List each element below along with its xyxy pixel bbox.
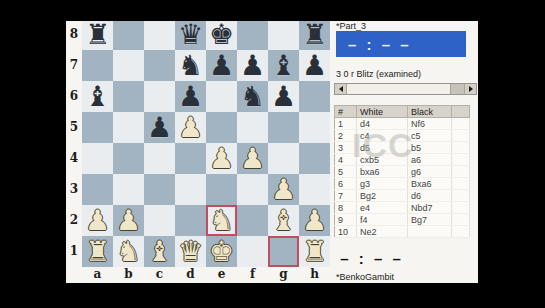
square-d1[interactable]: ♛	[175, 236, 206, 267]
letterbox-bottom	[0, 283, 545, 308]
square-d7[interactable]: ♞	[175, 50, 206, 81]
white-pawn-a2[interactable]: ♟	[82, 205, 113, 236]
spare-cell	[452, 178, 470, 190]
bottom-clock: – : – –	[336, 250, 408, 267]
black-pawn-e7[interactable]: ♟	[206, 50, 237, 81]
square-a6[interactable]: ♝	[82, 81, 113, 112]
opening-name-label: *BenkoGambit	[336, 272, 394, 282]
square-f1[interactable]	[237, 236, 268, 267]
black-rook-a8[interactable]: ♜	[82, 19, 113, 50]
move-row-2[interactable]: 2c4c5	[335, 130, 470, 142]
white-move[interactable]: bxa6	[357, 166, 408, 178]
black-pawn-h7[interactable]: ♟	[299, 50, 330, 81]
square-b4[interactable]	[113, 143, 144, 174]
file-label-b: b	[113, 267, 144, 282]
black-move[interactable]: Nbd7	[408, 202, 452, 214]
move-row-9[interactable]: 9f4Bg7	[335, 214, 470, 226]
black-pawn-g6[interactable]: ♟	[268, 81, 299, 112]
square-a4[interactable]	[82, 143, 113, 174]
move-table-header-num: #	[335, 106, 357, 118]
time-control-label: 3 0 r Blitz (examined)	[336, 69, 421, 79]
white-queen-d1[interactable]: ♛	[175, 236, 206, 267]
rank-label-6: 6	[66, 81, 82, 112]
square-g3[interactable]: ♟	[268, 174, 299, 205]
square-a3[interactable]	[82, 174, 113, 205]
black-move[interactable]: Bxa6	[408, 178, 452, 190]
move-number[interactable]: 8	[335, 202, 357, 214]
square-e2[interactable]: ♞	[206, 205, 237, 236]
square-e3[interactable]	[206, 174, 237, 205]
video-frame: 87654321 ♜♛♚♜♞♟♟♝♟♝♟♞♟♟♟♟♟♟♟♟♞♝♟♜♞♝♛♚♜ a…	[0, 0, 545, 308]
scrollbar-track[interactable]	[451, 84, 464, 94]
square-d5[interactable]: ♟	[175, 112, 206, 143]
chess-app-window: 87654321 ♜♛♚♜♞♟♟♝♟♝♟♞♟♟♟♟♟♟♟♟♞♝♟♜♞♝♛♚♜ a…	[66, 10, 478, 284]
spare-cell	[452, 202, 470, 214]
top-clock: – : – –	[336, 31, 466, 57]
move-row-10[interactable]: 10Ne2	[335, 226, 470, 238]
square-f2[interactable]	[237, 205, 268, 236]
black-king-e8[interactable]: ♚	[206, 19, 237, 50]
black-queen-d8[interactable]: ♛	[175, 19, 206, 50]
white-move[interactable]: g3	[357, 178, 408, 190]
square-g8[interactable]	[268, 19, 299, 50]
square-c2[interactable]	[144, 205, 175, 236]
white-pawn-b2[interactable]: ♟	[113, 205, 144, 236]
move-row-6[interactable]: 6g3Bxa6	[335, 178, 470, 190]
spare-cell	[452, 190, 470, 202]
square-a8[interactable]: ♜	[82, 19, 113, 50]
black-pawn-f7[interactable]: ♟	[237, 50, 268, 81]
file-label-h: h	[299, 267, 330, 282]
white-pawn-f4[interactable]: ♟	[237, 143, 268, 174]
square-h6[interactable]	[299, 81, 330, 112]
square-f6[interactable]: ♞	[237, 81, 268, 112]
white-bishop-c1[interactable]: ♝	[144, 236, 175, 267]
chess-board[interactable]: ♜♛♚♜♞♟♟♝♟♝♟♞♟♟♟♟♟♟♟♟♞♝♟♜♞♝♛♚♜	[82, 19, 330, 267]
black-bishop-g7[interactable]: ♝	[268, 50, 299, 81]
file-label-c: c	[144, 267, 175, 282]
file-label-e: e	[206, 267, 237, 282]
black-move[interactable]	[408, 226, 452, 238]
square-a7[interactable]	[82, 50, 113, 81]
black-move[interactable]: Nf6	[408, 118, 452, 130]
black-knight-d7[interactable]: ♞	[175, 50, 206, 81]
black-move[interactable]: a6	[408, 154, 452, 166]
white-move[interactable]: c4	[357, 130, 408, 142]
white-pawn-g3[interactable]: ♟	[268, 174, 299, 205]
left-arrow-icon	[339, 86, 343, 92]
white-pawn-d5[interactable]: ♟	[175, 112, 206, 143]
move-row-7[interactable]: 7Bg2d6	[335, 190, 470, 202]
black-move[interactable]: b5	[408, 142, 452, 154]
square-f8[interactable]	[237, 19, 268, 50]
square-h1[interactable]: ♜	[299, 236, 330, 267]
game-info-panel: *Part_3 – : – – 3 0 r Blitz (examined) #…	[334, 10, 478, 284]
white-knight-e2[interactable]: ♞	[206, 205, 237, 236]
square-d2[interactable]	[175, 205, 206, 236]
black-rook-h8[interactable]: ♜	[299, 19, 330, 50]
square-c8[interactable]	[144, 19, 175, 50]
square-b6[interactable]	[113, 81, 144, 112]
black-pawn-d6[interactable]: ♟	[175, 81, 206, 112]
square-f3[interactable]	[237, 174, 268, 205]
rank-labels: 87654321	[66, 19, 82, 267]
white-move[interactable]: cxb5	[357, 154, 408, 166]
move-number[interactable]: 1	[335, 118, 357, 130]
spare-cell	[452, 214, 470, 226]
square-h5[interactable]	[299, 112, 330, 143]
white-king-e1[interactable]: ♚	[206, 236, 237, 267]
square-g6[interactable]: ♟	[268, 81, 299, 112]
square-c6[interactable]	[144, 81, 175, 112]
spare-cell	[452, 118, 470, 130]
square-g4[interactable]	[268, 143, 299, 174]
scrollbar-thumb[interactable]	[347, 84, 451, 94]
black-move[interactable]: g6	[408, 166, 452, 178]
square-f5[interactable]	[237, 112, 268, 143]
square-c4[interactable]	[144, 143, 175, 174]
move-table-header-black: Black	[408, 106, 452, 118]
rank-label-5: 5	[66, 112, 82, 143]
square-e1[interactable]: ♚	[206, 236, 237, 267]
black-knight-f6[interactable]: ♞	[237, 81, 268, 112]
move-number[interactable]: 9	[335, 214, 357, 226]
move-row-8[interactable]: 8e4Nbd7	[335, 202, 470, 214]
white-knight-b1[interactable]: ♞	[113, 236, 144, 267]
spare-cell	[452, 226, 470, 238]
square-b8[interactable]	[113, 19, 144, 50]
square-h7[interactable]: ♟	[299, 50, 330, 81]
rank-label-4: 4	[66, 143, 82, 174]
spare-cell	[452, 130, 470, 142]
square-h2[interactable]: ♟	[299, 205, 330, 236]
rank-label-2: 2	[66, 205, 82, 236]
square-f7[interactable]: ♟	[237, 50, 268, 81]
square-c5[interactable]: ♟	[144, 112, 175, 143]
right-arrow-icon	[469, 86, 473, 92]
square-h8[interactable]: ♜	[299, 19, 330, 50]
square-d6[interactable]: ♟	[175, 81, 206, 112]
file-label-d: d	[175, 267, 206, 282]
square-e8[interactable]: ♚	[206, 19, 237, 50]
rank-label-1: 1	[66, 236, 82, 267]
move-number[interactable]: 4	[335, 154, 357, 166]
square-c1[interactable]: ♝	[144, 236, 175, 267]
white-pawn-e4[interactable]: ♟	[206, 143, 237, 174]
black-move[interactable]: c5	[408, 130, 452, 142]
spare-cell	[452, 154, 470, 166]
white-move[interactable]: d5	[357, 142, 408, 154]
white-bishop-g2[interactable]: ♝	[268, 205, 299, 236]
black-pawn-c5[interactable]: ♟	[144, 112, 175, 143]
move-row-4[interactable]: 4cxb5a6	[335, 154, 470, 166]
rank-label-7: 7	[66, 50, 82, 81]
square-a2[interactable]: ♟	[82, 205, 113, 236]
bottom-clock-value: – : – –	[340, 250, 404, 267]
white-move[interactable]: f4	[357, 214, 408, 226]
square-e4[interactable]: ♟	[206, 143, 237, 174]
letterbox-right	[478, 0, 545, 308]
white-move[interactable]: d4	[357, 118, 408, 130]
move-number[interactable]: 3	[335, 142, 357, 154]
file-label-f: f	[237, 267, 268, 282]
black-move[interactable]: d6	[408, 190, 452, 202]
file-label-a: a	[82, 267, 113, 282]
move-scrollbar[interactable]	[334, 83, 477, 95]
move-number[interactable]: 6	[335, 178, 357, 190]
square-g5[interactable]	[268, 112, 299, 143]
letterbox-left	[0, 0, 66, 308]
square-d4[interactable]	[175, 143, 206, 174]
spare-cell	[452, 142, 470, 154]
white-rook-a1[interactable]: ♜	[82, 236, 113, 267]
white-move[interactable]: Bg2	[357, 190, 408, 202]
black-move[interactable]: Bg7	[408, 214, 452, 226]
file-label-g: g	[268, 267, 299, 282]
square-b7[interactable]	[113, 50, 144, 81]
square-a1[interactable]: ♜	[82, 236, 113, 267]
game-title: *Part_3	[336, 21, 366, 31]
move-number[interactable]: 7	[335, 190, 357, 202]
square-d3[interactable]	[175, 174, 206, 205]
square-g7[interactable]: ♝	[268, 50, 299, 81]
rank-label-3: 3	[66, 174, 82, 205]
square-e7[interactable]: ♟	[206, 50, 237, 81]
white-rook-h1[interactable]: ♜	[299, 236, 330, 267]
black-bishop-a6[interactable]: ♝	[82, 81, 113, 112]
file-labels: abcdefgh	[82, 267, 330, 282]
move-number[interactable]: 5	[335, 166, 357, 178]
move-table-header-white: White	[357, 106, 408, 118]
top-clock-value: – : – –	[348, 36, 412, 53]
square-g1[interactable]	[268, 236, 299, 267]
square-g2[interactable]: ♝	[268, 205, 299, 236]
square-d8[interactable]: ♛	[175, 19, 206, 50]
white-pawn-h2[interactable]: ♟	[299, 205, 330, 236]
move-table-header-spare	[452, 106, 470, 118]
move-row-3[interactable]: 3d5b5	[335, 142, 470, 154]
square-b2[interactable]: ♟	[113, 205, 144, 236]
square-h4[interactable]	[299, 143, 330, 174]
move-list-table: #WhiteBlack1d4Nf62c4c53d5b54cxb5a65bxa6g…	[334, 105, 470, 238]
square-h3[interactable]	[299, 174, 330, 205]
move-number[interactable]: 10	[335, 226, 357, 238]
move-row-1[interactable]: 1d4Nf6	[335, 118, 470, 130]
square-e5[interactable]	[206, 112, 237, 143]
white-move[interactable]: Ne2	[357, 226, 408, 238]
square-b1[interactable]: ♞	[113, 236, 144, 267]
square-b3[interactable]	[113, 174, 144, 205]
rank-label-8: 8	[66, 19, 82, 50]
letterbox-top	[0, 0, 545, 21]
square-c7[interactable]	[144, 50, 175, 81]
move-number[interactable]: 2	[335, 130, 357, 142]
square-c3[interactable]	[144, 174, 175, 205]
move-row-5[interactable]: 5bxa6g6	[335, 166, 470, 178]
square-a5[interactable]	[82, 112, 113, 143]
square-b5[interactable]	[113, 112, 144, 143]
white-move[interactable]: e4	[357, 202, 408, 214]
square-e6[interactable]	[206, 81, 237, 112]
scroll-right-button[interactable]	[464, 84, 476, 94]
scroll-left-button[interactable]	[335, 84, 347, 94]
square-f4[interactable]: ♟	[237, 143, 268, 174]
spare-cell	[452, 166, 470, 178]
